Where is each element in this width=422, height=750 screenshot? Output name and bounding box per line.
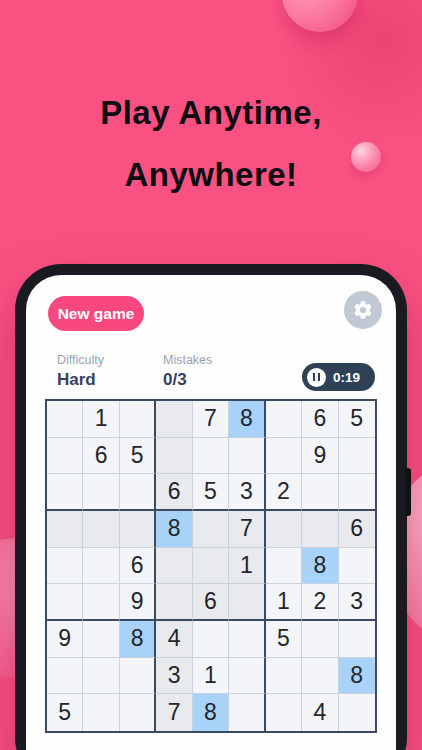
sudoku-cell-r8c1[interactable] — [47, 658, 83, 695]
sudoku-cell-r9c9[interactable] — [339, 694, 375, 731]
headline-line-1: Play Anytime, — [0, 82, 422, 144]
sudoku-cell-r5c4[interactable] — [156, 548, 192, 585]
sudoku-board: 1786565965328766189612398453185784 — [45, 399, 377, 733]
gear-icon — [352, 299, 374, 321]
sudoku-cell-r2c2[interactable]: 6 — [83, 438, 119, 475]
sudoku-cell-r1c6[interactable]: 8 — [229, 401, 265, 438]
sudoku-cell-r1c2[interactable]: 1 — [83, 401, 119, 438]
sudoku-cell-r7c7[interactable]: 5 — [266, 621, 302, 658]
new-game-button[interactable]: New game — [48, 296, 144, 331]
sudoku-cell-r5c9[interactable] — [339, 548, 375, 585]
sudoku-cell-r7c9[interactable] — [339, 621, 375, 658]
sudoku-cell-r4c8[interactable] — [302, 511, 338, 548]
sudoku-cell-r1c1[interactable] — [47, 401, 83, 438]
sudoku-cell-r9c8[interactable]: 4 — [302, 694, 338, 731]
sudoku-cell-r6c5[interactable]: 6 — [193, 584, 229, 621]
sudoku-cell-r9c3[interactable] — [120, 694, 156, 731]
sudoku-cell-r7c3[interactable]: 8 — [120, 621, 156, 658]
difficulty-stat: Difficulty Hard — [57, 353, 104, 390]
phone-screen: New game Difficulty Hard Mistakes 0/3 0:… — [26, 275, 396, 750]
settings-button[interactable] — [344, 291, 382, 329]
sudoku-cell-r9c4[interactable]: 7 — [156, 694, 192, 731]
sudoku-cell-r7c2[interactable] — [83, 621, 119, 658]
timer-pill[interactable]: 0:19 — [302, 363, 375, 391]
sudoku-cell-r2c6[interactable] — [229, 438, 265, 475]
sudoku-cell-r4c6[interactable]: 7 — [229, 511, 265, 548]
sudoku-cell-r3c3[interactable] — [120, 474, 156, 511]
sudoku-cell-r2c9[interactable] — [339, 438, 375, 475]
sudoku-cell-r4c9[interactable]: 6 — [339, 511, 375, 548]
sudoku-cell-r2c1[interactable] — [47, 438, 83, 475]
sudoku-cell-r6c7[interactable]: 1 — [266, 584, 302, 621]
sudoku-cell-r6c8[interactable]: 2 — [302, 584, 338, 621]
sudoku-cell-r7c4[interactable]: 4 — [156, 621, 192, 658]
timer-value: 0:19 — [333, 370, 360, 385]
sudoku-cell-r9c1[interactable]: 5 — [47, 694, 83, 731]
sudoku-cell-r2c5[interactable] — [193, 438, 229, 475]
difficulty-label: Difficulty — [57, 353, 104, 367]
sudoku-cell-r9c2[interactable] — [83, 694, 119, 731]
sudoku-cell-r7c6[interactable] — [229, 621, 265, 658]
sudoku-cell-r8c9[interactable]: 8 — [339, 658, 375, 695]
mistakes-label: Mistakes — [163, 353, 212, 367]
sudoku-cell-r8c6[interactable] — [229, 658, 265, 695]
pause-icon[interactable] — [307, 368, 326, 387]
difficulty-value: Hard — [57, 370, 104, 390]
sudoku-cell-r8c5[interactable]: 1 — [193, 658, 229, 695]
sudoku-cell-r4c2[interactable] — [83, 511, 119, 548]
sudoku-cell-r7c8[interactable] — [302, 621, 338, 658]
sudoku-cell-r2c4[interactable] — [156, 438, 192, 475]
phone-side-button — [405, 468, 411, 516]
sudoku-cell-r6c3[interactable]: 9 — [120, 584, 156, 621]
mistakes-stat: Mistakes 0/3 — [163, 353, 212, 390]
sudoku-cell-r2c3[interactable]: 5 — [120, 438, 156, 475]
sudoku-cell-r3c5[interactable]: 5 — [193, 474, 229, 511]
sudoku-cell-r3c2[interactable] — [83, 474, 119, 511]
sudoku-cell-r1c8[interactable]: 6 — [302, 401, 338, 438]
sudoku-cell-r8c2[interactable] — [83, 658, 119, 695]
sudoku-cell-r1c5[interactable]: 7 — [193, 401, 229, 438]
sudoku-cell-r9c6[interactable] — [229, 694, 265, 731]
sudoku-cell-r8c7[interactable] — [266, 658, 302, 695]
phone-mockup: New game Difficulty Hard Mistakes 0/3 0:… — [15, 264, 407, 750]
sudoku-cell-r1c3[interactable] — [120, 401, 156, 438]
sudoku-cell-r7c1[interactable]: 9 — [47, 621, 83, 658]
sudoku-cell-r4c3[interactable] — [120, 511, 156, 548]
sudoku-cell-r5c7[interactable] — [266, 548, 302, 585]
sudoku-cell-r3c7[interactable]: 2 — [266, 474, 302, 511]
sudoku-cell-r6c2[interactable] — [83, 584, 119, 621]
mistakes-value: 0/3 — [163, 370, 212, 390]
sudoku-cell-r6c6[interactable] — [229, 584, 265, 621]
sudoku-cell-r5c3[interactable]: 6 — [120, 548, 156, 585]
sudoku-cell-r4c5[interactable] — [193, 511, 229, 548]
sudoku-cell-r3c8[interactable] — [302, 474, 338, 511]
sudoku-cell-r1c7[interactable] — [266, 401, 302, 438]
sudoku-cell-r1c4[interactable] — [156, 401, 192, 438]
sudoku-cell-r3c6[interactable]: 3 — [229, 474, 265, 511]
sudoku-cell-r6c4[interactable] — [156, 584, 192, 621]
sudoku-cell-r3c9[interactable] — [339, 474, 375, 511]
sudoku-cell-r6c1[interactable] — [47, 584, 83, 621]
sudoku-cell-r5c1[interactable] — [47, 548, 83, 585]
sudoku-cell-r7c5[interactable] — [193, 621, 229, 658]
sudoku-cell-r2c8[interactable]: 9 — [302, 438, 338, 475]
headline-line-2: Anywhere! — [0, 144, 422, 206]
sudoku-cell-r5c5[interactable] — [193, 548, 229, 585]
sudoku-cell-r8c8[interactable] — [302, 658, 338, 695]
sudoku-cell-r6c9[interactable]: 3 — [339, 584, 375, 621]
sudoku-cell-r4c7[interactable] — [266, 511, 302, 548]
new-game-label: New game — [58, 305, 135, 323]
sudoku-cell-r3c4[interactable]: 6 — [156, 474, 192, 511]
sudoku-cell-r4c4[interactable]: 8 — [156, 511, 192, 548]
sudoku-cell-r5c6[interactable]: 1 — [229, 548, 265, 585]
sudoku-cell-r8c4[interactable]: 3 — [156, 658, 192, 695]
sudoku-cell-r2c7[interactable] — [266, 438, 302, 475]
sudoku-cell-r1c9[interactable]: 5 — [339, 401, 375, 438]
sudoku-cell-r9c5[interactable]: 8 — [193, 694, 229, 731]
sudoku-cell-r5c8[interactable]: 8 — [302, 548, 338, 585]
sudoku-cell-r5c2[interactable] — [83, 548, 119, 585]
promo-headline: Play Anytime, Anywhere! — [0, 82, 422, 206]
sudoku-cell-r9c7[interactable] — [266, 694, 302, 731]
sudoku-cell-r8c3[interactable] — [120, 658, 156, 695]
sudoku-cell-r4c1[interactable] — [47, 511, 83, 548]
sudoku-cell-r3c1[interactable] — [47, 474, 83, 511]
